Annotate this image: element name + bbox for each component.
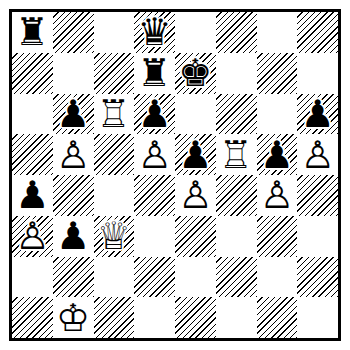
square-a3[interactable]: ♟♙: [12, 216, 53, 257]
square-f2[interactable]: [216, 257, 257, 298]
square-e2[interactable]: [175, 257, 216, 298]
white-pawn-fill: ♟: [175, 175, 216, 216]
square-f8[interactable]: [216, 12, 257, 53]
square-f7[interactable]: [216, 53, 257, 94]
piece-white-pawn: ♙: [297, 134, 338, 175]
piece-white-pawn: ♙: [12, 216, 53, 257]
square-d2[interactable]: [134, 257, 175, 298]
white-king-fill: ♚: [53, 297, 94, 338]
chess-board: ♜♛♜♚♟♜♖♟♟♟♙♟♙♟♜♖♟♟♙♟♟♙♟♙♟♙♟♛♕♚♔: [12, 12, 338, 338]
white-pawn-fill: ♟: [257, 175, 298, 216]
square-h4[interactable]: [297, 175, 338, 216]
square-e5[interactable]: ♟: [175, 134, 216, 175]
square-h8[interactable]: [297, 12, 338, 53]
square-e7[interactable]: ♚: [175, 53, 216, 94]
piece-white-queen: ♕: [94, 216, 135, 257]
square-c3[interactable]: ♛♕: [94, 216, 135, 257]
piece-black-pawn: ♟: [12, 175, 53, 216]
square-c1[interactable]: [94, 297, 135, 338]
white-pawn-fill: ♟: [297, 134, 338, 175]
square-d1[interactable]: [134, 297, 175, 338]
white-rook-fill: ♜: [216, 134, 257, 175]
piece-black-pawn: ♟: [175, 134, 216, 175]
square-g8[interactable]: [257, 12, 298, 53]
square-e4[interactable]: ♟♙: [175, 175, 216, 216]
square-f5[interactable]: ♜♖: [216, 134, 257, 175]
square-h6[interactable]: ♟: [297, 94, 338, 135]
square-b6[interactable]: ♟: [53, 94, 94, 135]
piece-black-pawn: ♟: [53, 94, 94, 135]
square-d7[interactable]: ♜: [134, 53, 175, 94]
square-h2[interactable]: [297, 257, 338, 298]
piece-white-pawn: ♙: [53, 134, 94, 175]
square-f4[interactable]: [216, 175, 257, 216]
square-g6[interactable]: [257, 94, 298, 135]
white-pawn-fill: ♟: [53, 134, 94, 175]
square-f6[interactable]: [216, 94, 257, 135]
square-f1[interactable]: [216, 297, 257, 338]
square-a6[interactable]: [12, 94, 53, 135]
square-a7[interactable]: [12, 53, 53, 94]
square-b4[interactable]: [53, 175, 94, 216]
square-e8[interactable]: [175, 12, 216, 53]
square-d8[interactable]: ♛: [134, 12, 175, 53]
square-g3[interactable]: [257, 216, 298, 257]
piece-white-rook: ♖: [94, 94, 135, 135]
piece-white-pawn: ♙: [257, 175, 298, 216]
square-d4[interactable]: [134, 175, 175, 216]
white-pawn-fill: ♟: [12, 216, 53, 257]
white-pawn-fill: ♟: [134, 134, 175, 175]
square-g5[interactable]: ♟: [257, 134, 298, 175]
square-c8[interactable]: [94, 12, 135, 53]
square-a1[interactable]: [12, 297, 53, 338]
square-g1[interactable]: [257, 297, 298, 338]
square-h7[interactable]: [297, 53, 338, 94]
square-g7[interactable]: [257, 53, 298, 94]
piece-black-pawn: ♟: [257, 134, 298, 175]
piece-white-pawn: ♙: [175, 175, 216, 216]
square-h1[interactable]: [297, 297, 338, 338]
square-e6[interactable]: [175, 94, 216, 135]
chess-board-frame: ♜♛♜♚♟♜♖♟♟♟♙♟♙♟♜♖♟♟♙♟♟♙♟♙♟♙♟♛♕♚♔: [9, 9, 341, 341]
square-a2[interactable]: [12, 257, 53, 298]
square-e1[interactable]: [175, 297, 216, 338]
piece-white-pawn: ♙: [134, 134, 175, 175]
white-rook-fill: ♜: [94, 94, 135, 135]
square-b5[interactable]: ♟♙: [53, 134, 94, 175]
square-c5[interactable]: [94, 134, 135, 175]
square-g4[interactable]: ♟♙: [257, 175, 298, 216]
piece-white-king: ♔: [53, 297, 94, 338]
square-g2[interactable]: [257, 257, 298, 298]
piece-black-queen: ♛: [134, 12, 175, 53]
square-a5[interactable]: [12, 134, 53, 175]
piece-black-pawn: ♟: [297, 94, 338, 135]
square-b2[interactable]: [53, 257, 94, 298]
piece-black-rook: ♜: [12, 12, 53, 53]
square-f3[interactable]: [216, 216, 257, 257]
square-b7[interactable]: [53, 53, 94, 94]
square-a8[interactable]: ♜: [12, 12, 53, 53]
piece-black-king: ♚: [175, 53, 216, 94]
square-c4[interactable]: [94, 175, 135, 216]
piece-black-pawn: ♟: [53, 216, 94, 257]
square-h5[interactable]: ♟♙: [297, 134, 338, 175]
square-a4[interactable]: ♟: [12, 175, 53, 216]
square-b3[interactable]: ♟: [53, 216, 94, 257]
piece-white-rook: ♖: [216, 134, 257, 175]
square-d3[interactable]: [134, 216, 175, 257]
square-d6[interactable]: ♟: [134, 94, 175, 135]
square-e3[interactable]: [175, 216, 216, 257]
square-d5[interactable]: ♟♙: [134, 134, 175, 175]
piece-black-pawn: ♟: [134, 94, 175, 135]
white-queen-fill: ♛: [94, 216, 135, 257]
square-c7[interactable]: [94, 53, 135, 94]
square-c2[interactable]: [94, 257, 135, 298]
square-c6[interactable]: ♜♖: [94, 94, 135, 135]
square-b8[interactable]: [53, 12, 94, 53]
square-h3[interactable]: [297, 216, 338, 257]
square-b1[interactable]: ♚♔: [53, 297, 94, 338]
piece-black-rook: ♜: [134, 53, 175, 94]
